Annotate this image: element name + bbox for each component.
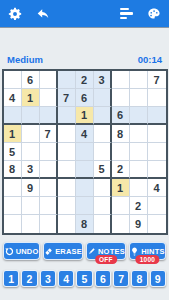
hints-button[interactable]: HINTS 1000 [129, 242, 166, 260]
cell-r2-c6[interactable] [94, 89, 112, 107]
cell-r2-c2[interactable]: 1 [22, 89, 40, 107]
cell-r2-c5[interactable]: 6 [76, 89, 94, 107]
sudoku-board: 6237417616174858352914289 [2, 69, 168, 235]
cell-r8-c6[interactable] [94, 197, 112, 215]
numpad-button-5[interactable]: 5 [76, 270, 92, 287]
palette-icon[interactable] [147, 7, 161, 21]
cell-r5-c2[interactable] [22, 143, 40, 161]
cell-r8-c9[interactable] [148, 197, 166, 215]
cell-r5-c9[interactable] [148, 143, 166, 161]
cell-r3-c3[interactable] [40, 107, 58, 125]
cell-r9-c8[interactable]: 9 [130, 215, 148, 233]
erase-label: ERASE [55, 247, 82, 256]
cell-r6-c9[interactable] [148, 161, 166, 179]
cell-r1-c6[interactable]: 3 [94, 71, 112, 89]
cell-r6-c1[interactable]: 8 [4, 161, 22, 179]
cell-r9-c5[interactable]: 8 [76, 215, 94, 233]
cell-r6-c8[interactable] [130, 161, 148, 179]
erase-button[interactable]: ERASE [43, 242, 83, 260]
cell-r6-c5[interactable] [76, 161, 94, 179]
difficulty-label: Medium [7, 54, 43, 65]
cell-r4-c3[interactable]: 7 [40, 125, 58, 143]
cell-r8-c4[interactable] [58, 197, 76, 215]
cell-r5-c8[interactable] [130, 143, 148, 161]
cell-r7-c6[interactable] [94, 179, 112, 197]
notes-badge: OFF [95, 255, 117, 264]
cell-r8-c1[interactable] [4, 197, 22, 215]
cell-r4-c2[interactable] [22, 125, 40, 143]
cell-r3-c5[interactable]: 1 [76, 107, 94, 125]
cell-r7-c4[interactable] [58, 179, 76, 197]
cell-r7-c2[interactable]: 9 [22, 179, 40, 197]
cell-r2-c9[interactable] [148, 89, 166, 107]
cell-r7-c1[interactable] [4, 179, 22, 197]
cell-r9-c4[interactable] [58, 215, 76, 233]
cell-r3-c7[interactable]: 6 [112, 107, 130, 125]
cell-r9-c6[interactable] [94, 215, 112, 233]
numpad: 123456789 [0, 270, 169, 287]
settings-icon[interactable] [8, 7, 22, 21]
cell-r7-c9[interactable]: 4 [148, 179, 166, 197]
hints-badge: 1000 [136, 255, 159, 264]
cell-r5-c1[interactable]: 5 [4, 143, 22, 161]
cell-r4-c6[interactable] [94, 125, 112, 143]
cell-r7-c8[interactable] [130, 179, 148, 197]
cell-r8-c2[interactable] [22, 197, 40, 215]
numpad-button-9[interactable]: 9 [150, 270, 166, 287]
cell-r9-c3[interactable] [40, 215, 58, 233]
cell-r1-c2[interactable]: 6 [22, 71, 40, 89]
numpad-button-7[interactable]: 7 [113, 270, 129, 287]
cell-r4-c1[interactable]: 1 [4, 125, 22, 143]
sort-icon[interactable] [119, 7, 133, 21]
cell-r3-c8[interactable] [130, 107, 148, 125]
cell-r5-c3[interactable] [40, 143, 58, 161]
cell-r2-c4[interactable]: 7 [58, 89, 76, 107]
status-row: Medium 00:14 [7, 54, 162, 65]
numpad-button-1[interactable]: 1 [3, 270, 19, 287]
cell-r1-c9[interactable]: 7 [148, 71, 166, 89]
cell-r7-c7[interactable]: 1 [112, 179, 130, 197]
undo-icon [5, 247, 14, 256]
cell-r1-c3[interactable] [40, 71, 58, 89]
numpad-button-4[interactable]: 4 [58, 270, 74, 287]
pencil-icon [87, 247, 96, 256]
cell-r8-c8[interactable]: 2 [130, 197, 148, 215]
cell-r1-c7[interactable] [112, 71, 130, 89]
cell-r8-c7[interactable] [112, 197, 130, 215]
cell-r8-c3[interactable] [40, 197, 58, 215]
cell-r2-c1[interactable]: 4 [4, 89, 22, 107]
cell-r3-c6[interactable] [94, 107, 112, 125]
cell-r1-c5[interactable]: 2 [76, 71, 94, 89]
eraser-icon [44, 247, 53, 256]
cell-r9-c9[interactable] [148, 215, 166, 233]
cell-r3-c9[interactable] [148, 107, 166, 125]
cell-r1-c4[interactable] [58, 71, 76, 89]
toolbar: UNDO ERASE NOTES OFF HINTS 1000 [0, 242, 169, 260]
topbar [0, 0, 169, 28]
cell-r9-c1[interactable] [4, 215, 22, 233]
notes-button[interactable]: NOTES OFF [86, 242, 126, 260]
timer: 00:14 [138, 54, 162, 65]
numpad-button-3[interactable]: 3 [40, 270, 56, 287]
cell-r5-c5[interactable] [76, 143, 94, 161]
cell-r1-c1[interactable] [4, 71, 22, 89]
cell-r4-c9[interactable] [148, 125, 166, 143]
cell-r5-c4[interactable] [58, 143, 76, 161]
cell-r4-c8[interactable] [130, 125, 148, 143]
cell-r4-c5[interactable]: 4 [76, 125, 94, 143]
cell-r2-c8[interactable] [130, 89, 148, 107]
cell-r7-c5[interactable] [76, 179, 94, 197]
cell-r3-c2[interactable] [22, 107, 40, 125]
cell-r2-c7[interactable] [112, 89, 130, 107]
cell-r4-c4[interactable] [58, 125, 76, 143]
cell-r6-c3[interactable] [40, 161, 58, 179]
cell-r9-c2[interactable] [22, 215, 40, 233]
undo-label: UNDO [16, 247, 39, 256]
cell-r1-c8[interactable] [130, 71, 148, 89]
back-icon[interactable] [36, 7, 50, 21]
cell-r9-c7[interactable] [112, 215, 130, 233]
cell-r2-c3[interactable] [40, 89, 58, 107]
cell-r6-c6[interactable]: 5 [94, 161, 112, 179]
undo-button[interactable]: UNDO [3, 242, 40, 260]
cell-r3-c4[interactable] [58, 107, 76, 125]
cell-r6-c4[interactable] [58, 161, 76, 179]
cell-r5-c6[interactable] [94, 143, 112, 161]
cell-r6-c2[interactable]: 3 [22, 161, 40, 179]
cell-r6-c7[interactable]: 2 [112, 161, 130, 179]
cell-r3-c1[interactable] [4, 107, 22, 125]
cell-r4-c7[interactable]: 8 [112, 125, 130, 143]
cell-r7-c3[interactable] [40, 179, 58, 197]
numpad-button-8[interactable]: 8 [131, 270, 147, 287]
numpad-button-6[interactable]: 6 [95, 270, 111, 287]
numpad-button-2[interactable]: 2 [21, 270, 37, 287]
cell-r8-c5[interactable] [76, 197, 94, 215]
cell-r5-c7[interactable] [112, 143, 130, 161]
